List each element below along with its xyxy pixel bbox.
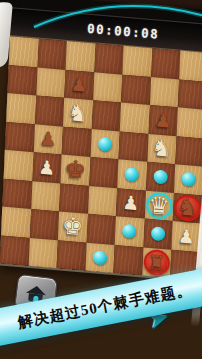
square-d5[interactable] <box>90 129 120 160</box>
square-f5[interactable]: ♞ <box>147 133 177 164</box>
square-f1[interactable]: ♜ <box>142 247 172 278</box>
square-e1[interactable] <box>113 245 143 276</box>
square-a1[interactable] <box>0 235 29 266</box>
black-pawn-c7: ♟ <box>70 75 88 95</box>
square-c6[interactable]: ♞ <box>63 98 93 129</box>
app-screenshot: 00:00:08 ♟♞♟♟♞♟♚♟♛♞♚♟♜ 解决超过50个棘手难题。 ➤ <box>0 0 202 359</box>
square-c8[interactable] <box>66 41 96 72</box>
square-d3[interactable] <box>88 185 118 216</box>
square-c2[interactable]: ♚ <box>58 211 88 242</box>
square-a7[interactable] <box>7 65 37 96</box>
white-pawn-e3: ♟ <box>122 193 140 213</box>
square-d6[interactable] <box>91 100 121 131</box>
square-f6[interactable]: ♟ <box>148 105 178 136</box>
game-timer: 00:00:08 <box>87 21 160 42</box>
square-e4[interactable] <box>117 159 147 190</box>
square-a5[interactable] <box>5 121 35 152</box>
square-g7[interactable] <box>178 79 202 110</box>
square-g4[interactable] <box>174 164 202 195</box>
black-knight-g3: ♞ <box>177 196 199 221</box>
square-d2[interactable] <box>86 214 116 245</box>
square-a6[interactable] <box>6 93 36 124</box>
square-f3[interactable]: ♛ <box>144 190 174 221</box>
square-b8[interactable] <box>37 39 67 70</box>
move-dot-e4 <box>125 167 140 182</box>
square-g6[interactable] <box>177 107 202 138</box>
white-knight-f5: ♞ <box>151 136 173 161</box>
square-e8[interactable] <box>122 46 152 77</box>
move-dot-e2 <box>122 224 137 239</box>
square-c5[interactable] <box>62 126 92 157</box>
square-e6[interactable] <box>120 103 150 134</box>
square-e2[interactable] <box>115 216 145 247</box>
square-b3[interactable] <box>31 181 61 212</box>
square-g8[interactable] <box>179 51 202 82</box>
square-f2[interactable] <box>143 219 173 250</box>
square-b7[interactable] <box>36 67 66 98</box>
square-b6[interactable] <box>35 95 65 126</box>
black-pawn-b5: ♟ <box>39 129 57 149</box>
square-a8[interactable] <box>9 36 39 67</box>
black-king-c4: ♚ <box>64 157 87 183</box>
square-d1[interactable] <box>85 242 115 273</box>
square-g3[interactable]: ♞ <box>173 193 202 224</box>
square-c7[interactable]: ♟ <box>64 69 94 100</box>
square-a3[interactable] <box>2 178 32 209</box>
square-c1[interactable] <box>57 240 87 271</box>
white-king-c2: ♚ <box>61 214 84 240</box>
move-dot-g4 <box>182 172 197 187</box>
square-g5[interactable] <box>175 136 202 167</box>
square-f7[interactable] <box>149 77 179 108</box>
white-queen-f3: ♛ <box>148 193 171 219</box>
square-e3[interactable]: ♟ <box>116 188 146 219</box>
square-e7[interactable] <box>121 74 151 105</box>
square-a4[interactable] <box>4 150 34 181</box>
white-pawn-b4: ♟ <box>38 157 56 177</box>
square-d7[interactable] <box>93 72 123 103</box>
square-b4[interactable]: ♟ <box>32 152 62 183</box>
square-f4[interactable] <box>146 162 176 193</box>
black-pawn-f6: ♟ <box>154 110 172 130</box>
square-b5[interactable]: ♟ <box>33 124 63 155</box>
move-dot-f2 <box>151 226 166 241</box>
square-c3[interactable] <box>59 183 89 214</box>
move-dot-f4 <box>153 170 168 185</box>
square-d8[interactable] <box>94 43 124 74</box>
move-dot-d1 <box>93 250 108 265</box>
square-b1[interactable] <box>28 237 58 268</box>
square-b2[interactable] <box>29 209 59 240</box>
move-dot-d5 <box>98 136 113 151</box>
white-pawn-g2: ♟ <box>177 226 195 246</box>
square-d4[interactable] <box>89 157 119 188</box>
square-e5[interactable] <box>118 131 148 162</box>
square-a2[interactable] <box>1 207 31 238</box>
black-rook-f1: ♜ <box>147 252 166 273</box>
white-knight-c6: ♞ <box>67 101 89 126</box>
chess-board: ♟♞♟♟♞♟♚♟♛♞♚♟♜ <box>0 36 202 282</box>
square-f8[interactable] <box>151 48 181 79</box>
square-c4[interactable]: ♚ <box>60 155 90 186</box>
